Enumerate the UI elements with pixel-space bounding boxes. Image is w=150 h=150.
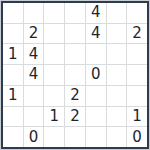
cell-r5c5[interactable]	[86, 86, 106, 106]
cell-r3c1-clue[interactable]: 1	[3, 44, 23, 64]
cell-r1c4[interactable]	[65, 3, 85, 23]
cell-r6c4-clue[interactable]: 2	[65, 107, 85, 127]
cell-r2c7-clue[interactable]: 2	[127, 24, 147, 44]
cell-r2c2-clue[interactable]: 2	[24, 24, 44, 44]
cell-r5c3[interactable]	[44, 86, 64, 106]
cell-r4c6[interactable]	[107, 65, 127, 85]
cell-r7c2-clue[interactable]: 0	[24, 127, 44, 147]
cell-r3c3[interactable]	[44, 44, 64, 64]
cell-r7c7-clue[interactable]: 0	[127, 127, 147, 147]
cell-r5c1-clue[interactable]: 1	[3, 86, 23, 106]
cell-r2c5-clue[interactable]: 4	[86, 24, 106, 44]
cell-r1c1[interactable]	[3, 3, 23, 23]
cell-r7c6[interactable]	[107, 127, 127, 147]
cell-r6c3-clue[interactable]: 1	[44, 107, 64, 127]
puzzle-board: 424214401212100	[1, 1, 149, 149]
cell-r3c5[interactable]	[86, 44, 106, 64]
cell-r7c3[interactable]	[44, 127, 64, 147]
cell-r2c4[interactable]	[65, 24, 85, 44]
cell-r7c4[interactable]	[65, 127, 85, 147]
cell-r6c5[interactable]	[86, 107, 106, 127]
cell-r6c6[interactable]	[107, 107, 127, 127]
cell-r1c7[interactable]	[127, 3, 147, 23]
cell-r2c6[interactable]	[107, 24, 127, 44]
cell-r2c1[interactable]	[3, 24, 23, 44]
cell-r7c5[interactable]	[86, 127, 106, 147]
cell-r6c7-clue[interactable]: 1	[127, 107, 147, 127]
cell-r4c5-clue[interactable]: 0	[86, 65, 106, 85]
cell-r4c7[interactable]	[127, 65, 147, 85]
cell-r3c6[interactable]	[107, 44, 127, 64]
cell-r5c7[interactable]	[127, 86, 147, 106]
cell-r2c3[interactable]	[44, 24, 64, 44]
cell-r4c1[interactable]	[3, 65, 23, 85]
cell-r1c3[interactable]	[44, 3, 64, 23]
cell-r6c2[interactable]	[24, 107, 44, 127]
cell-r3c4[interactable]	[65, 44, 85, 64]
cell-r7c1[interactable]	[3, 127, 23, 147]
cell-r4c3[interactable]	[44, 65, 64, 85]
cell-r5c2[interactable]	[24, 86, 44, 106]
cell-r3c7[interactable]	[127, 44, 147, 64]
cell-r6c1[interactable]	[3, 107, 23, 127]
cell-r4c4[interactable]	[65, 65, 85, 85]
cell-r1c2[interactable]	[24, 3, 44, 23]
cell-r4c2-clue[interactable]: 4	[24, 65, 44, 85]
cell-r5c4-clue[interactable]: 2	[65, 86, 85, 106]
cell-r5c6[interactable]	[107, 86, 127, 106]
cell-r1c5-clue[interactable]: 4	[86, 3, 106, 23]
cell-r1c6[interactable]	[107, 3, 127, 23]
cell-r3c2-clue[interactable]: 4	[24, 44, 44, 64]
